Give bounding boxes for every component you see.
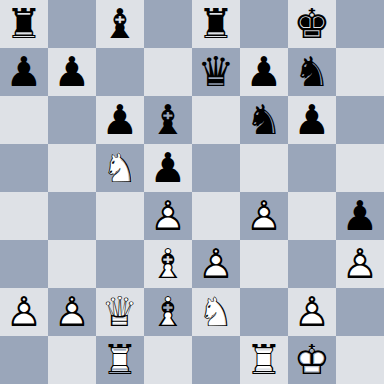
white-piece-outline-glyph: ♘ (192, 288, 240, 336)
piece-black-pawn[interactable]: ♟ (48, 48, 96, 96)
white-piece-outline-glyph: ♗ (144, 288, 192, 336)
square-c2[interactable]: ♛♕ (96, 288, 144, 336)
white-piece-outline-glyph: ♗ (144, 240, 192, 288)
piece-white-pawn[interactable]: ♟♙ (0, 288, 48, 336)
piece-white-knight[interactable]: ♞♘ (96, 144, 144, 192)
square-c6[interactable]: ♟ (96, 96, 144, 144)
square-a1[interactable] (0, 336, 48, 384)
square-d5[interactable]: ♟ (144, 144, 192, 192)
white-piece-outline-glyph: ♘ (96, 144, 144, 192)
piece-black-pawn[interactable]: ♟ (0, 48, 48, 96)
piece-white-knight[interactable]: ♞♘ (192, 288, 240, 336)
square-b8[interactable] (48, 0, 96, 48)
square-f7[interactable]: ♟ (240, 48, 288, 96)
square-a3[interactable] (0, 240, 48, 288)
square-h2[interactable] (336, 288, 384, 336)
piece-black-queen[interactable]: ♛ (192, 48, 240, 96)
piece-white-pawn[interactable]: ♟♙ (144, 192, 192, 240)
white-piece-outline-glyph: ♖ (240, 336, 288, 384)
square-f6[interactable]: ♞ (240, 96, 288, 144)
white-piece-outline-glyph: ♙ (144, 192, 192, 240)
square-c3[interactable] (96, 240, 144, 288)
white-piece-outline-glyph: ♙ (48, 288, 96, 336)
white-piece-outline-glyph: ♕ (96, 288, 144, 336)
square-h4[interactable]: ♟ (336, 192, 384, 240)
piece-black-king[interactable]: ♚ (288, 0, 336, 48)
square-d2[interactable]: ♝♗ (144, 288, 192, 336)
square-d7[interactable] (144, 48, 192, 96)
square-b1[interactable] (48, 336, 96, 384)
square-g4[interactable] (288, 192, 336, 240)
square-f4[interactable]: ♟♙ (240, 192, 288, 240)
square-b7[interactable]: ♟ (48, 48, 96, 96)
piece-white-king[interactable]: ♚♔ (288, 336, 336, 384)
square-d4[interactable]: ♟♙ (144, 192, 192, 240)
square-c8[interactable]: ♝ (96, 0, 144, 48)
square-a6[interactable] (0, 96, 48, 144)
white-piece-outline-glyph: ♙ (336, 240, 384, 288)
chess-board: ♜♝♜♚♟♟♛♟♞♟♝♞♟♞♘♟♟♙♟♙♟♝♗♟♙♟♙♟♙♟♙♛♕♝♗♞♘♟♙♜… (0, 0, 384, 384)
square-b5[interactable] (48, 144, 96, 192)
square-g2[interactable]: ♟♙ (288, 288, 336, 336)
square-a4[interactable] (0, 192, 48, 240)
piece-black-pawn[interactable]: ♟ (96, 96, 144, 144)
square-h8[interactable] (336, 0, 384, 48)
piece-white-rook[interactable]: ♜♖ (96, 336, 144, 384)
square-f2[interactable] (240, 288, 288, 336)
piece-black-pawn[interactable]: ♟ (336, 192, 384, 240)
piece-black-knight[interactable]: ♞ (240, 96, 288, 144)
white-piece-outline-glyph: ♖ (96, 336, 144, 384)
square-a8[interactable]: ♜ (0, 0, 48, 48)
square-f8[interactable] (240, 0, 288, 48)
square-g8[interactable]: ♚ (288, 0, 336, 48)
white-piece-outline-glyph: ♔ (288, 336, 336, 384)
square-f5[interactable] (240, 144, 288, 192)
piece-white-rook[interactable]: ♜♖ (240, 336, 288, 384)
piece-white-queen[interactable]: ♛♕ (96, 288, 144, 336)
white-piece-outline-glyph: ♙ (192, 240, 240, 288)
square-g5[interactable] (288, 144, 336, 192)
square-e2[interactable]: ♞♘ (192, 288, 240, 336)
piece-white-pawn[interactable]: ♟♙ (192, 240, 240, 288)
square-a5[interactable] (0, 144, 48, 192)
square-g6[interactable]: ♟ (288, 96, 336, 144)
square-h7[interactable] (336, 48, 384, 96)
square-h3[interactable]: ♟♙ (336, 240, 384, 288)
square-h5[interactable] (336, 144, 384, 192)
square-d8[interactable] (144, 0, 192, 48)
square-f1[interactable]: ♜♖ (240, 336, 288, 384)
square-e4[interactable] (192, 192, 240, 240)
square-b6[interactable] (48, 96, 96, 144)
square-e8[interactable]: ♜ (192, 0, 240, 48)
piece-white-pawn[interactable]: ♟♙ (336, 240, 384, 288)
square-h1[interactable] (336, 336, 384, 384)
square-d6[interactable]: ♝ (144, 96, 192, 144)
square-b3[interactable] (48, 240, 96, 288)
square-c4[interactable] (96, 192, 144, 240)
square-g1[interactable]: ♚♔ (288, 336, 336, 384)
piece-black-rook[interactable]: ♜ (0, 0, 48, 48)
piece-black-bishop[interactable]: ♝ (96, 0, 144, 48)
piece-black-knight[interactable]: ♞ (288, 48, 336, 96)
piece-white-bishop[interactable]: ♝♗ (144, 240, 192, 288)
square-b4[interactable] (48, 192, 96, 240)
square-e6[interactable] (192, 96, 240, 144)
piece-black-rook[interactable]: ♜ (192, 0, 240, 48)
piece-white-pawn[interactable]: ♟♙ (48, 288, 96, 336)
square-f3[interactable] (240, 240, 288, 288)
piece-white-pawn[interactable]: ♟♙ (240, 192, 288, 240)
white-piece-outline-glyph: ♙ (240, 192, 288, 240)
square-c5[interactable]: ♞♘ (96, 144, 144, 192)
piece-white-pawn[interactable]: ♟♙ (288, 288, 336, 336)
square-a7[interactable]: ♟ (0, 48, 48, 96)
piece-black-bishop[interactable]: ♝ (144, 96, 192, 144)
square-e7[interactable]: ♛ (192, 48, 240, 96)
square-e5[interactable] (192, 144, 240, 192)
square-a2[interactable]: ♟♙ (0, 288, 48, 336)
piece-white-bishop[interactable]: ♝♗ (144, 288, 192, 336)
square-c1[interactable]: ♜♖ (96, 336, 144, 384)
square-h6[interactable] (336, 96, 384, 144)
piece-black-pawn[interactable]: ♟ (144, 144, 192, 192)
white-piece-outline-glyph: ♙ (0, 288, 48, 336)
square-c7[interactable] (96, 48, 144, 96)
square-d3[interactable]: ♝♗ (144, 240, 192, 288)
square-e3[interactable]: ♟♙ (192, 240, 240, 288)
square-e1[interactable] (192, 336, 240, 384)
white-piece-outline-glyph: ♙ (288, 288, 336, 336)
square-d1[interactable] (144, 336, 192, 384)
square-g3[interactable] (288, 240, 336, 288)
piece-black-pawn[interactable]: ♟ (240, 48, 288, 96)
square-b2[interactable]: ♟♙ (48, 288, 96, 336)
square-g7[interactable]: ♞ (288, 48, 336, 96)
piece-black-pawn[interactable]: ♟ (288, 96, 336, 144)
